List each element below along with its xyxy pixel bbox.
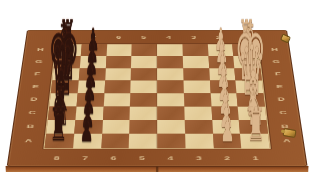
coord-top-5: 5	[141, 35, 146, 40]
square-e6	[104, 81, 131, 94]
square-b5	[129, 120, 157, 134]
square-g6	[105, 56, 131, 68]
coord-left-F: F	[34, 71, 40, 76]
coord-left-E: E	[32, 84, 39, 89]
chess-set-photo: ♜♟♟♜♞♟♟♞♝♟♟♝♚♟♟♚♛♟♟♛♝♟♟♝♞♟♟♞♜♟♟♜ HGFEDCB…	[0, 0, 310, 172]
square-e3	[183, 81, 210, 94]
white-rook-a1: ♜	[246, 102, 264, 147]
square-b3	[184, 120, 212, 134]
chess-board: ♜♟♟♜♞♟♟♞♝♟♟♝♚♟♟♚♛♟♟♛♝♟♟♝♞♟♟♞♜♟♟♜ HGFEDCB…	[7, 30, 308, 167]
coord-left-H: H	[37, 47, 44, 52]
coord-left-G: G	[35, 59, 43, 64]
square-a7: ♟	[73, 134, 102, 148]
square-h4	[157, 44, 183, 56]
coord-top-4: 4	[166, 35, 171, 40]
board-grid: ♜♟♟♜♞♟♟♞♝♟♟♝♚♟♟♚♛♟♟♛♝♟♟♝♞♟♟♞♜♟♟♜	[43, 44, 270, 149]
coord-top-6: 6	[116, 35, 121, 40]
coord-left-B: B	[26, 123, 34, 129]
square-a5	[129, 134, 157, 148]
square-a1: ♜	[240, 134, 269, 148]
coord-left-A: A	[25, 137, 33, 143]
coord-bottom-2: 2	[224, 155, 230, 161]
square-h3	[182, 44, 208, 56]
coord-top-3: 3	[191, 35, 196, 40]
square-a2: ♟	[213, 134, 242, 148]
coord-right-H: H	[271, 47, 278, 52]
square-h6	[106, 44, 132, 56]
square-f5	[131, 68, 157, 80]
square-c6	[102, 106, 130, 119]
square-d4	[157, 93, 184, 106]
coord-bottom-5: 5	[139, 155, 145, 161]
square-b4	[157, 120, 185, 134]
square-g4	[157, 56, 183, 68]
square-c5	[130, 106, 157, 119]
coord-bottom-7: 7	[82, 155, 88, 161]
coord-left-C: C	[28, 110, 36, 115]
square-a4	[157, 134, 185, 148]
square-d6	[103, 93, 130, 106]
black-pawn-a7: ♟	[80, 113, 94, 147]
square-d5	[130, 93, 157, 106]
square-d3	[184, 93, 211, 106]
square-f4	[157, 68, 183, 80]
coord-right-D: D	[277, 97, 285, 102]
board-front-edge	[6, 166, 309, 172]
square-e5	[131, 81, 158, 94]
square-g3	[183, 56, 209, 68]
square-f6	[105, 68, 132, 80]
black-rook-a8: ♜	[50, 102, 68, 147]
coord-bottom-6: 6	[110, 155, 116, 161]
square-a6	[101, 134, 130, 148]
white-pawn-a2: ♟	[220, 113, 234, 147]
square-g5	[131, 56, 157, 68]
coord-bottom-3: 3	[196, 155, 202, 161]
coord-bottom-1: 1	[252, 155, 258, 161]
coord-right-A: A	[283, 137, 291, 143]
square-a3	[185, 134, 214, 148]
coord-bottom-8: 8	[53, 155, 59, 161]
coord-right-E: E	[276, 84, 283, 89]
coord-bottom-4: 4	[167, 155, 173, 161]
coord-right-G: G	[272, 59, 280, 64]
square-b6	[102, 120, 130, 134]
square-e4	[157, 81, 184, 94]
coord-left-D: D	[30, 97, 38, 102]
square-c3	[184, 106, 212, 119]
square-c4	[157, 106, 184, 119]
coord-right-F: F	[275, 71, 281, 76]
square-a8: ♜	[45, 134, 74, 148]
square-h5	[132, 44, 157, 56]
square-f3	[183, 68, 210, 80]
coord-right-C: C	[279, 110, 287, 115]
